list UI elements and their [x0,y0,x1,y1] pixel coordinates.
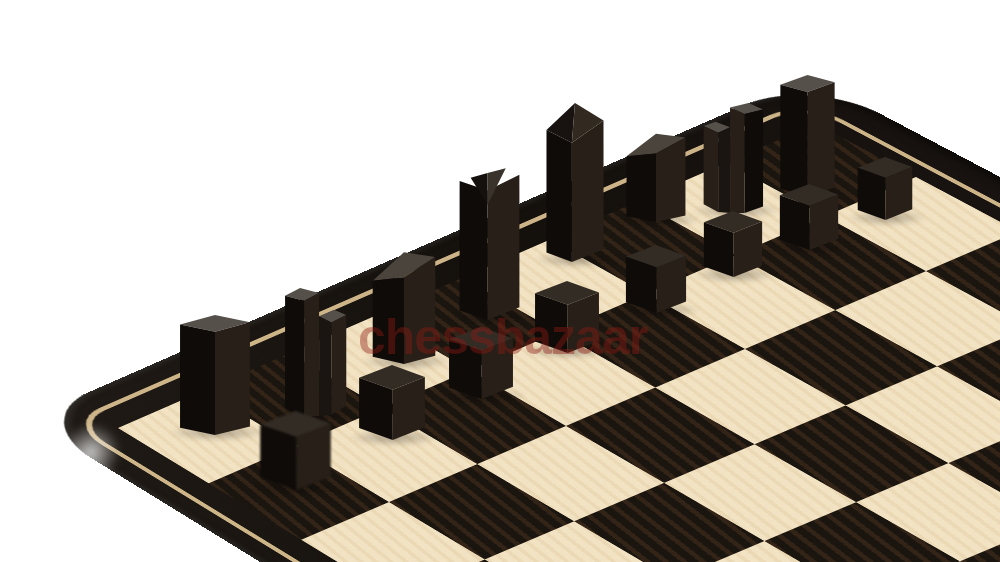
piece-black-pawn-b7 [357,365,427,440]
piece-black-king-e8 [544,103,606,262]
piece-black-rook-h8 [778,75,837,196]
chess-set-product-photo: chessbazaar [0,0,1000,562]
piece-black-knight-g8 [701,103,767,213]
piece-black-pawn-e7 [624,245,688,313]
piece-black-pawn-h7 [856,157,914,220]
piece-black-bishop-f8 [624,128,688,222]
piece-black-rook-a8 [177,315,253,435]
piece-black-queen-d8 [457,162,522,320]
piece-black-bishop-c8 [370,245,438,364]
piece-black-pawn-g7 [778,184,840,250]
piece-black-pawn-d7 [533,281,601,353]
piece-black-knight-b8 [281,288,349,416]
piece-black-pawn-f7 [702,211,764,277]
piece-black-pawn-a7 [258,411,333,490]
piece-black-pawn-c7 [447,327,515,399]
